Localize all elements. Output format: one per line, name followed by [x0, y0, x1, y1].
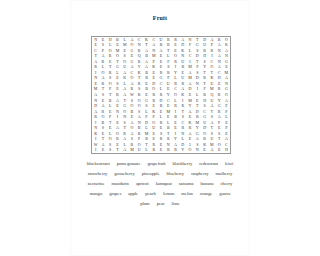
word-list-item: mandarin: [112, 182, 129, 187]
grid-cell: E: [99, 147, 106, 153]
word-list-item: apricot: [136, 182, 149, 187]
word-list-row: plumpearlime: [76, 202, 244, 207]
grid-cell: A: [121, 147, 128, 153]
grid-cell: B: [150, 147, 157, 153]
word-list-item: melon: [181, 192, 192, 197]
word-list-item: pear: [157, 202, 165, 207]
word-search-grid: NEHBLACKCURRANTDABOESLEMONTABREDFGUPARCP…: [92, 37, 230, 153]
word-list-item: mulberry: [216, 172, 233, 177]
grid-cell: H: [223, 147, 230, 153]
word-list-item: blackberry: [173, 162, 193, 167]
word-list-item: pomegranate: [117, 162, 141, 167]
grid-cell: M: [128, 147, 135, 153]
grid-cell: N: [194, 147, 201, 153]
grid-cell: E: [215, 147, 222, 153]
grid-cell: A: [208, 147, 215, 153]
word-list-item: guava: [219, 192, 230, 197]
worksheet-page: Fruit NEHBLACKCURRANTDABOESLEMONTABREDFG…: [70, 0, 250, 256]
word-list-item: kumquat: [156, 182, 172, 187]
word-list-item: orange: [200, 192, 213, 197]
grid-cell: E: [201, 147, 208, 153]
word-list-item: raspberry: [191, 172, 208, 177]
word-list-item: gooseberry: [114, 172, 134, 177]
grid-cell: U: [136, 147, 143, 153]
word-list-item: redcurrant: [199, 162, 218, 167]
word-list-row: blackcurrantpomegranategrapefruitblackbe…: [76, 162, 244, 167]
word-list: blackcurrantpomegranategrapefruitblackbe…: [76, 162, 244, 212]
grid-cell: S: [107, 147, 114, 153]
grid-cell: O: [186, 147, 193, 153]
word-list-item: grapes: [109, 192, 121, 197]
word-list-item: pineapple: [142, 172, 160, 177]
grid-cell: E: [157, 147, 164, 153]
word-list-item: plum: [140, 202, 149, 207]
word-list-item: blueberry: [167, 172, 185, 177]
word-list-item: cherry: [221, 182, 233, 187]
word-list-item: mango: [90, 192, 103, 197]
grid-cell: L: [143, 147, 150, 153]
word-list-row: mangograpesapplepeachlemonmelonorangegua…: [76, 192, 244, 197]
word-list-item: peach: [145, 192, 156, 197]
word-list-item: apple: [128, 192, 138, 197]
word-list-item: grapefruit: [147, 162, 165, 167]
word-list-item: blackcurrant: [87, 162, 110, 167]
word-list-item: kiwi: [225, 162, 233, 167]
grid-cell: R: [172, 147, 179, 153]
puzzle-title: Fruit: [70, 15, 250, 21]
word-list-item: strawberry: [88, 172, 108, 177]
grid-cell: T: [114, 147, 121, 153]
word-list-item: lime: [172, 202, 180, 207]
grid-cell: Y: [179, 147, 186, 153]
word-list-item: banana: [201, 182, 214, 187]
word-list-item: nectarine: [88, 182, 105, 187]
word-list-item: lemon: [163, 192, 174, 197]
grid-cell: R: [165, 147, 172, 153]
word-list-row: nectarinemandarinapricotkumquatsatsumaba…: [76, 182, 244, 187]
word-search-grid-box: NEHBLACKCURRANTDABOESLEMONTABREDFGUPARCP…: [91, 36, 231, 154]
grid-cell: I: [92, 147, 99, 153]
word-list-row: strawberrygooseberrypineappleblueberryra…: [76, 172, 244, 177]
word-list-item: satsuma: [179, 182, 194, 187]
